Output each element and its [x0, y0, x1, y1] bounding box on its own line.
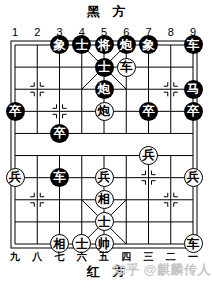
board-point[interactable] — [71, 122, 93, 144]
board-point[interactable] — [115, 144, 137, 166]
board-point[interactable] — [160, 56, 182, 78]
column-label: 七 — [48, 250, 70, 264]
board-point[interactable] — [26, 122, 48, 144]
board-point[interactable] — [137, 56, 159, 78]
board-point[interactable] — [115, 211, 137, 233]
board-point[interactable] — [71, 78, 93, 100]
red-soldier[interactable]: 兵 — [6, 168, 25, 187]
board-point[interactable] — [182, 189, 204, 211]
board-point[interactable] — [26, 34, 48, 56]
board-point[interactable] — [26, 78, 48, 100]
board-point[interactable] — [26, 167, 48, 189]
board-point[interactable] — [26, 211, 48, 233]
black-advisor[interactable]: 士 — [72, 35, 91, 54]
board-point[interactable] — [137, 78, 159, 100]
board-point[interactable] — [71, 167, 93, 189]
board-point[interactable]: 兵 — [93, 167, 115, 189]
board-point[interactable]: 兵 — [4, 167, 26, 189]
board-point[interactable] — [26, 189, 48, 211]
board-point[interactable] — [115, 189, 137, 211]
black-general[interactable]: 将 — [95, 35, 114, 54]
board-point[interactable] — [26, 56, 48, 78]
board-point[interactable]: 炮 — [93, 78, 115, 100]
board-point[interactable]: 兵 — [182, 167, 204, 189]
black-cannon[interactable]: 炮 — [117, 35, 136, 54]
board-point[interactable]: 士 — [93, 56, 115, 78]
watermark: 知乎 @麒麟传人 — [113, 261, 211, 279]
black-elephant[interactable]: 象 — [50, 35, 69, 54]
column-label: 九 — [4, 250, 26, 264]
board-point[interactable] — [4, 78, 26, 100]
board-point[interactable]: 车 — [115, 56, 137, 78]
board-point[interactable]: 卒 — [182, 100, 204, 122]
board-point[interactable]: 兵 — [137, 144, 159, 166]
board-point[interactable]: 炮 — [115, 34, 137, 56]
board-point[interactable] — [48, 100, 70, 122]
board-point[interactable] — [182, 144, 204, 166]
black-chariot[interactable]: 车 — [50, 168, 69, 187]
red-soldier[interactable]: 兵 — [95, 168, 114, 187]
board-point[interactable]: 马 — [182, 78, 204, 100]
black-elephant[interactable]: 象 — [139, 35, 158, 54]
board-point[interactable] — [71, 100, 93, 122]
board-point[interactable] — [4, 189, 26, 211]
board-point[interactable] — [182, 211, 204, 233]
board-point[interactable] — [26, 100, 48, 122]
board-point[interactable]: 士 — [93, 211, 115, 233]
black-soldier[interactable]: 卒 — [50, 124, 69, 143]
board-point[interactable] — [93, 144, 115, 166]
board-point[interactable] — [160, 122, 182, 144]
black-advisor[interactable]: 士 — [95, 58, 114, 77]
board-point[interactable] — [26, 144, 48, 166]
board-point[interactable] — [115, 167, 137, 189]
board-point[interactable] — [4, 144, 26, 166]
red-chariot[interactable]: 车 — [117, 58, 136, 77]
board-point[interactable]: 卒 — [48, 122, 70, 144]
board-point[interactable]: 炮 — [93, 100, 115, 122]
red-soldier[interactable]: 兵 — [184, 168, 203, 187]
black-soldier[interactable]: 卒 — [6, 102, 25, 121]
red-cannon[interactable]: 炮 — [95, 102, 114, 121]
board-point[interactable]: 士 — [71, 34, 93, 56]
black-chariot[interactable]: 车 — [184, 35, 203, 54]
board-point[interactable] — [4, 211, 26, 233]
board-point[interactable] — [48, 211, 70, 233]
board-point[interactable] — [160, 144, 182, 166]
board-point[interactable] — [4, 122, 26, 144]
board-point[interactable] — [71, 144, 93, 166]
board-point[interactable] — [93, 122, 115, 144]
black-soldier[interactable]: 卒 — [139, 102, 158, 121]
board-point[interactable]: 车 — [182, 34, 204, 56]
black-cannon[interactable]: 炮 — [95, 80, 114, 99]
board-point[interactable] — [137, 189, 159, 211]
board-point[interactable] — [115, 78, 137, 100]
board-point[interactable]: 相 — [93, 189, 115, 211]
board-point[interactable] — [48, 189, 70, 211]
board-point[interactable] — [115, 122, 137, 144]
board-point[interactable] — [71, 56, 93, 78]
xiangqi-diagram: 黑 方 123456789 象士将炮象车士车炮马卒炮卒卒卒兵兵车兵兵相士相士帅车… — [0, 0, 212, 290]
board-point[interactable]: 象 — [48, 34, 70, 56]
column-label: 六 — [71, 250, 93, 264]
red-advisor[interactable]: 士 — [95, 212, 114, 231]
board-point[interactable] — [182, 122, 204, 144]
board-point[interactable] — [137, 167, 159, 189]
board-point[interactable] — [182, 56, 204, 78]
board-point[interactable] — [115, 100, 137, 122]
board-point[interactable]: 车 — [48, 167, 70, 189]
board-point[interactable] — [137, 211, 159, 233]
board-point[interactable] — [71, 189, 93, 211]
board: 象士将炮象车士车炮马卒炮卒卒卒兵兵车兵兵相士相士帅车 — [4, 34, 204, 255]
board-point[interactable]: 将 — [93, 34, 115, 56]
board-point[interactable] — [160, 167, 182, 189]
board-point[interactable] — [4, 56, 26, 78]
board-point[interactable] — [160, 100, 182, 122]
board-point[interactable] — [160, 78, 182, 100]
board-point[interactable]: 象 — [137, 34, 159, 56]
red-soldier[interactable]: 兵 — [139, 146, 158, 165]
board-point[interactable] — [48, 78, 70, 100]
board-point[interactable] — [48, 144, 70, 166]
board-point[interactable] — [160, 34, 182, 56]
board-point[interactable] — [71, 211, 93, 233]
board-point[interactable] — [160, 211, 182, 233]
red-elephant[interactable]: 相 — [95, 190, 114, 209]
black-horse[interactable]: 马 — [184, 80, 203, 99]
board-point[interactable] — [48, 56, 70, 78]
board-point[interactable] — [160, 189, 182, 211]
board-point[interactable] — [137, 122, 159, 144]
black-soldier[interactable]: 卒 — [184, 102, 203, 121]
column-label: 八 — [26, 250, 48, 264]
board-point[interactable]: 卒 — [137, 100, 159, 122]
board-point[interactable]: 卒 — [4, 100, 26, 122]
board-point[interactable] — [4, 34, 26, 56]
